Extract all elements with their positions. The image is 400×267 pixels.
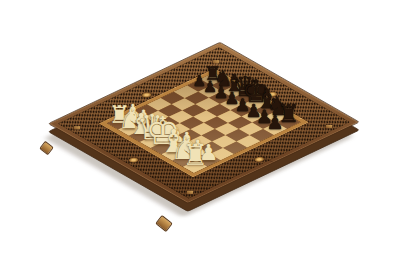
corner-rosette	[186, 191, 193, 194]
scene: ♜♞♝♛♚♝♞♜♟♟♟♟♟♟♟♟♟♟♟♟♟♟♟♟♜♞♝♛♚♝♞♜	[0, 0, 400, 267]
brass-clasp-front	[155, 215, 173, 232]
medallion-ornament	[127, 157, 140, 164]
corner-rosette	[73, 126, 80, 129]
corner-rosette	[325, 125, 332, 128]
corner-rosette	[213, 60, 220, 63]
medallion-ornament	[266, 91, 279, 98]
chess-board	[48, 42, 360, 204]
